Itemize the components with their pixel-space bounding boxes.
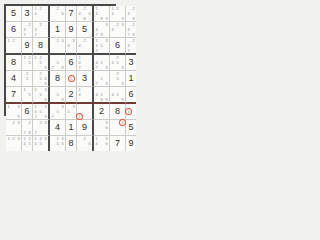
cell-r4c3[interactable]: 1259 <box>33 55 50 71</box>
given-digit: 7 <box>68 9 73 18</box>
pencil-slot-8 <box>27 65 32 70</box>
cell-r1c7[interactable]: 1489 <box>94 6 110 22</box>
cell-r2c6[interactable]: 5 <box>77 22 94 38</box>
pencil-slot-9 <box>87 114 92 119</box>
pencil-mark-grid: 247 <box>33 22 48 37</box>
given-digit: 3 <box>82 74 87 83</box>
cell-r1c5[interactable]: 7 <box>66 6 77 22</box>
cell-r6c3[interactable]: 1359 <box>33 87 50 104</box>
pencil-slot-9: 9 <box>104 81 109 86</box>
pencil-slot-9 <box>87 16 92 21</box>
given-digit: 8 <box>11 58 16 67</box>
pencil-slot-9 <box>87 97 92 102</box>
pencil-mark-grid: 2569 <box>33 71 48 86</box>
pencil-slot-8 <box>27 97 32 102</box>
cell-r3c8[interactable]: 6 <box>110 38 120 55</box>
pencil-slot-9: 9 <box>60 97 65 102</box>
cell-r4c6[interactable]: 147 <box>77 55 94 71</box>
cell-r1c6[interactable]: 2468 <box>77 6 94 22</box>
pencil-mark-grid: 1249 <box>110 6 120 21</box>
pencil-mark-grid: 139 <box>6 104 21 119</box>
cell-r3c6[interactable]: 24 <box>77 38 94 55</box>
given-digit: 6 <box>11 25 16 34</box>
pencil-mark-grid: 23 <box>50 38 65 53</box>
cell-r7c7[interactable]: 2 <box>94 104 110 120</box>
pencil-mark-grid: 12 <box>6 38 21 53</box>
pencil-mark-grid: 59 <box>50 87 65 102</box>
candidate-digit: 9 <box>104 97 109 102</box>
cell-r2c4[interactable]: 1 <box>50 22 66 38</box>
pencil-slot-9 <box>16 48 21 53</box>
given-digit: 9 <box>68 25 73 34</box>
pencil-slot-9 <box>74 81 77 86</box>
pencil-slot-9: 9 <box>43 114 48 119</box>
pencil-slot-9 <box>60 114 65 119</box>
cell-r2c2[interactable]: 247 <box>22 22 33 38</box>
cell-r5c1[interactable]: 4 <box>6 71 22 87</box>
pencil-mark-grid: 234 <box>110 22 120 37</box>
cell-r3c4[interactable]: 23 <box>50 38 66 55</box>
pencil-mark-grid: 1359 <box>33 87 48 102</box>
cell-r5c6[interactable]: 3 <box>77 71 94 87</box>
pencil-mark-grid: 125 <box>22 55 32 70</box>
cell-r4c7[interactable]: 4579 <box>94 55 110 71</box>
given-digit: 4 <box>11 74 16 83</box>
pencil-slot-9: 9 <box>16 114 21 119</box>
given-digit: 5 <box>11 9 16 18</box>
pencil-slot-9 <box>71 48 76 53</box>
pencil-mark-grid: 134579 <box>33 104 48 119</box>
pencil-slot-9: 9 <box>104 65 109 70</box>
cell-r4c4[interactable]: 579 <box>50 55 66 71</box>
candidate-digit: 9 <box>60 97 65 102</box>
cell-r3c7[interactable]: 13457 <box>94 38 110 55</box>
cell-r1c1[interactable]: 5 <box>6 6 22 22</box>
pencil-mark-grid: 24 <box>77 38 92 53</box>
pencil-slot-9: 9 <box>43 81 48 86</box>
cell-r2c8[interactable]: 234 <box>110 22 120 38</box>
cell-r5c5[interactable]: 5 <box>66 71 77 87</box>
pencil-slot-9: 9 <box>104 16 109 21</box>
pencil-mark-grid: 2459 <box>110 55 120 70</box>
pencil-slot-9 <box>43 16 48 21</box>
given-digit: 5 <box>82 25 87 34</box>
cell-r4c5[interactable]: 6 <box>66 55 77 71</box>
given-digit: 2 <box>99 107 104 116</box>
pencil-mark-grid: 26 <box>50 6 65 21</box>
pencil-slot-9: 9 <box>60 65 65 70</box>
cell-r6c8[interactable]: 459 <box>110 87 120 104</box>
cell-r5c4[interactable]: 8 <box>50 71 66 87</box>
cell-r7c6[interactable]: 7 <box>77 104 94 120</box>
cell-r7c2[interactable]: 6 <box>22 104 33 120</box>
given-digit: 8 <box>115 107 120 116</box>
cell-r2c5[interactable]: 9 <box>66 22 77 38</box>
given-digit: 3 <box>24 9 29 18</box>
cell-r1c8[interactable]: 1249 <box>110 6 120 22</box>
candidate-digit: 9 <box>16 114 21 119</box>
candidate-digit: 9 <box>104 16 109 21</box>
given-digit: 9 <box>24 41 29 50</box>
pencil-mark-grid: 5 <box>66 71 76 86</box>
cell-r1c3[interactable]: 124 <box>33 6 50 22</box>
cell-r1c4[interactable]: 26 <box>50 6 66 22</box>
cell-r6c6[interactable]: 14 <box>77 87 94 104</box>
cell-r3c3[interactable]: 8 <box>33 38 50 55</box>
pencil-slot-9: 9 <box>43 65 48 70</box>
pencil-mark-grid: 25 <box>22 71 32 86</box>
cell-r5c8[interactable]: 259 <box>110 71 120 87</box>
pencil-mark-grid: 1259 <box>33 55 48 70</box>
pencil-mark-grid: 247 <box>22 22 32 37</box>
pencil-mark-grid: 357 <box>50 104 65 119</box>
candidate-digit: 9 <box>43 65 48 70</box>
pencil-slot-9 <box>43 32 48 37</box>
pencil-slot-9 <box>60 16 65 21</box>
cell-r6c7[interactable]: 4589 <box>94 87 110 104</box>
cell-r4c1[interactable]: 8 <box>6 55 22 71</box>
pencil-slot-9 <box>87 48 92 53</box>
pencil-slot-9 <box>30 81 33 86</box>
cell-r4c8[interactable]: 2459 <box>110 55 120 71</box>
pencil-slot-9: 9 <box>104 97 109 102</box>
cell-r4c2[interactable]: 125 <box>22 55 33 71</box>
pencil-mark-grid: 3478 <box>94 22 109 37</box>
pencil-mark-grid: 1489 <box>94 6 109 21</box>
pencil-mark-grid: 2468 <box>77 6 92 21</box>
given-digit: 6 <box>24 107 29 116</box>
cell-r6c4[interactable]: 59 <box>50 87 66 104</box>
cell-r5c2[interactable]: 25 <box>22 71 33 87</box>
given-digit: 1 <box>55 25 60 34</box>
cell-r7c3[interactable]: 134579 <box>33 104 50 120</box>
pencil-mark-grid: 579 <box>50 55 65 70</box>
candidate-digit: 9 <box>60 65 65 70</box>
candidate-digit: 9 <box>104 65 109 70</box>
pencil-mark-grid: 35 <box>66 104 76 119</box>
pencil-mark-grid: 4589 <box>94 87 109 102</box>
cell-r2c3[interactable]: 247 <box>33 22 50 38</box>
candidate-digit: 9 <box>43 97 48 102</box>
given-digit: 6 <box>115 41 120 50</box>
cell-r6c2[interactable]: 15 <box>22 87 33 104</box>
cell-r7c5[interactable]: 35 <box>66 104 77 120</box>
cell-r2c1[interactable]: 6 <box>6 22 22 38</box>
candidate-digit: 9 <box>43 81 48 86</box>
cell-r3c2[interactable]: 9 <box>22 38 33 55</box>
pencil-mark-grid: 124 <box>33 6 48 21</box>
pencil-mark-grid: 579 <box>94 71 109 86</box>
given-digit: 6 <box>68 58 73 67</box>
pencil-slot-9 <box>104 32 109 37</box>
cell-r6c1[interactable]: 7 <box>6 87 22 104</box>
cell-r6c5[interactable]: 2 <box>66 87 77 104</box>
candidate-digit: 9 <box>43 114 48 119</box>
cell-r5c7[interactable]: 579 <box>94 71 110 87</box>
pencil-slot-9 <box>104 48 109 53</box>
pencil-slot-9 <box>60 48 65 53</box>
cell-r2c7[interactable]: 3478 <box>94 22 110 38</box>
pencil-slot-8 <box>27 32 32 37</box>
pencil-slot-9 <box>71 114 76 119</box>
cell-r7c8[interactable]: 8 <box>110 104 120 120</box>
cell-r7c4[interactable]: 357 <box>50 104 66 120</box>
given-digit: 2 <box>68 90 73 99</box>
pencil-mark-grid: 15 <box>22 87 32 102</box>
given-digit: 7 <box>11 90 16 99</box>
pencil-mark-grid: 259 <box>110 71 120 86</box>
pencil-mark-grid: 13457 <box>94 38 109 53</box>
sudoku-board: 5312426724681489124924862472471953478234… <box>4 4 116 116</box>
pencil-mark-grid: 7 <box>77 104 92 119</box>
cell-r5c3[interactable]: 2569 <box>33 71 50 87</box>
cell-r7c1[interactable]: 139 <box>6 104 22 120</box>
pencil-mark-grid: 14 <box>77 87 92 102</box>
cell-r1c2[interactable]: 3 <box>22 6 33 22</box>
candidate-digit: 9 <box>104 81 109 86</box>
pencil-mark-grid: 4579 <box>94 55 109 70</box>
pencil-slot-9: 9 <box>43 97 48 102</box>
pencil-mark-grid: 34 <box>66 38 76 53</box>
pencil-mark-grid: 147 <box>77 55 92 70</box>
given-digit: 8 <box>55 74 60 83</box>
pencil-slot-9 <box>87 65 92 70</box>
cell-r3c1[interactable]: 12 <box>6 38 22 55</box>
cell-r3c5[interactable]: 34 <box>66 38 77 55</box>
pencil-mark-grid: 459 <box>110 87 120 102</box>
given-digit: 8 <box>38 41 43 50</box>
